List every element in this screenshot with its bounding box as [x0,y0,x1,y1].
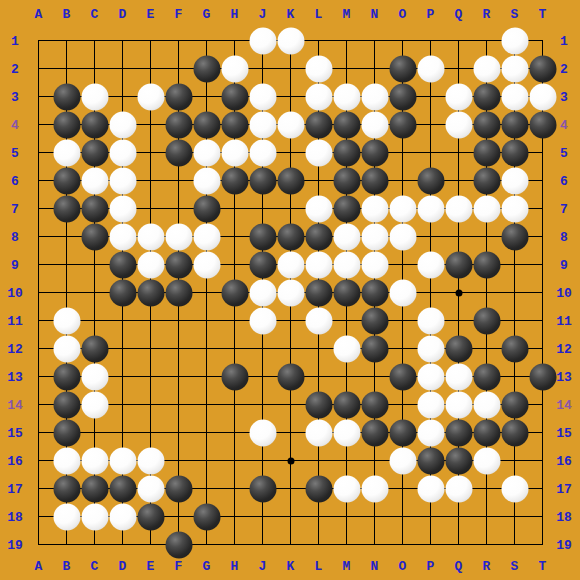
black-stone-q12 [445,335,472,362]
black-stone-m6 [333,167,360,194]
row-label-left-11: 11 [7,313,23,328]
black-stone-m14 [333,391,360,418]
white-stone-t3 [529,83,556,110]
white-stone-p13 [417,363,444,390]
white-stone-j1 [249,27,276,54]
white-stone-h5 [221,139,248,166]
col-label-bottom-Q: Q [455,559,463,574]
col-label-bottom-M: M [343,559,351,574]
black-stone-b6 [53,167,80,194]
black-stone-p6 [417,167,444,194]
black-stone-o2 [389,55,416,82]
col-label-top-E: E [147,7,155,22]
white-stone-e8 [137,223,164,250]
black-stone-b4 [53,111,80,138]
row-label-right-2: 2 [560,61,568,76]
row-label-left-9: 9 [11,257,19,272]
black-stone-l8 [305,223,332,250]
white-stone-d16 [109,447,136,474]
white-stone-o7 [389,195,416,222]
white-stone-n3 [361,83,388,110]
row-label-left-17: 17 [7,481,23,496]
col-label-bottom-E: E [147,559,155,574]
white-stone-e9 [137,251,164,278]
white-stone-l11 [305,307,332,334]
white-stone-m17 [333,475,360,502]
go-board[interactable]: AABBCCDDEEFFGGHHJJKKLLMMNNOOPPQQRRSSTT11… [0,0,580,580]
black-stone-b14 [53,391,80,418]
black-stone-r4 [473,111,500,138]
white-stone-n7 [361,195,388,222]
white-stone-g6 [193,167,220,194]
white-stone-o8 [389,223,416,250]
white-stone-b11 [53,307,80,334]
white-stone-m12 [333,335,360,362]
white-stone-k1 [277,27,304,54]
white-stone-p17 [417,475,444,502]
black-stone-l10 [305,279,332,306]
black-stone-m7 [333,195,360,222]
white-stone-k10 [277,279,304,306]
black-stone-g4 [193,111,220,138]
white-stone-s1 [501,27,528,54]
white-stone-c14 [81,391,108,418]
col-label-bottom-A: A [35,559,43,574]
black-stone-e10 [137,279,164,306]
white-stone-j10 [249,279,276,306]
black-stone-h4 [221,111,248,138]
black-stone-m5 [333,139,360,166]
black-stone-c5 [81,139,108,166]
row-label-left-6: 6 [11,173,19,188]
black-stone-f5 [165,139,192,166]
white-stone-g5 [193,139,220,166]
white-stone-n8 [361,223,388,250]
row-label-right-8: 8 [560,229,568,244]
white-stone-n4 [361,111,388,138]
row-label-right-15: 15 [556,425,572,440]
black-stone-n5 [361,139,388,166]
row-label-left-19: 19 [7,537,23,552]
white-stone-m8 [333,223,360,250]
black-stone-l4 [305,111,332,138]
black-stone-d9 [109,251,136,278]
black-stone-r3 [473,83,500,110]
black-stone-o13 [389,363,416,390]
white-stone-p11 [417,307,444,334]
white-stone-k9 [277,251,304,278]
white-stone-p14 [417,391,444,418]
white-stone-b16 [53,447,80,474]
row-label-left-14: 14 [7,397,23,412]
white-stone-o10 [389,279,416,306]
black-stone-c8 [81,223,108,250]
white-stone-m15 [333,419,360,446]
white-stone-d5 [109,139,136,166]
col-label-bottom-J: J [259,559,267,574]
black-stone-s12 [501,335,528,362]
black-stone-c7 [81,195,108,222]
white-stone-s17 [501,475,528,502]
black-stone-f3 [165,83,192,110]
white-stone-j4 [249,111,276,138]
black-stone-t2 [529,55,556,82]
white-stone-p9 [417,251,444,278]
white-stone-d7 [109,195,136,222]
black-stone-j17 [249,475,276,502]
black-stone-b15 [53,419,80,446]
white-stone-d18 [109,503,136,530]
col-label-top-M: M [343,7,351,22]
black-stone-q9 [445,251,472,278]
white-stone-p7 [417,195,444,222]
col-label-bottom-L: L [315,559,323,574]
row-label-left-16: 16 [7,453,23,468]
black-stone-c17 [81,475,108,502]
row-label-right-9: 9 [560,257,568,272]
white-stone-g9 [193,251,220,278]
col-label-top-J: J [259,7,267,22]
white-stone-f8 [165,223,192,250]
white-stone-q13 [445,363,472,390]
black-stone-t13 [529,363,556,390]
white-stone-q14 [445,391,472,418]
white-stone-s6 [501,167,528,194]
col-label-bottom-C: C [91,559,99,574]
black-stone-c4 [81,111,108,138]
white-stone-n9 [361,251,388,278]
col-label-top-O: O [399,7,407,22]
row-label-left-10: 10 [7,285,23,300]
white-stone-c18 [81,503,108,530]
white-stone-h2 [221,55,248,82]
white-stone-l7 [305,195,332,222]
row-label-right-17: 17 [556,481,572,496]
white-stone-l15 [305,419,332,446]
black-stone-o4 [389,111,416,138]
row-label-left-1: 1 [11,33,19,48]
black-stone-r5 [473,139,500,166]
black-stone-l14 [305,391,332,418]
col-label-top-S: S [511,7,519,22]
black-stone-d10 [109,279,136,306]
row-label-right-5: 5 [560,145,568,160]
star-point-q10 [455,289,462,296]
black-stone-g7 [193,195,220,222]
row-label-right-13: 13 [556,369,572,384]
black-stone-r11 [473,307,500,334]
white-stone-k4 [277,111,304,138]
col-label-bottom-G: G [203,559,211,574]
black-stone-f9 [165,251,192,278]
black-stone-s5 [501,139,528,166]
white-stone-b18 [53,503,80,530]
black-stone-g2 [193,55,220,82]
row-label-left-4: 4 [11,117,19,132]
col-label-bottom-O: O [399,559,407,574]
col-label-top-K: K [287,7,295,22]
row-label-right-19: 19 [556,537,572,552]
black-stone-j6 [249,167,276,194]
col-label-bottom-P: P [427,559,435,574]
black-stone-f19 [165,531,192,558]
black-stone-b3 [53,83,80,110]
white-stone-d6 [109,167,136,194]
black-stone-g18 [193,503,220,530]
black-stone-s15 [501,419,528,446]
black-stone-s14 [501,391,528,418]
black-stone-h6 [221,167,248,194]
black-stone-b17 [53,475,80,502]
black-stone-r6 [473,167,500,194]
black-stone-h10 [221,279,248,306]
col-label-bottom-F: F [175,559,183,574]
white-stone-r7 [473,195,500,222]
white-stone-j11 [249,307,276,334]
white-stone-p15 [417,419,444,446]
row-label-right-18: 18 [556,509,572,524]
black-stone-m10 [333,279,360,306]
row-label-left-12: 12 [7,341,23,356]
row-label-right-10: 10 [556,285,572,300]
black-stone-s8 [501,223,528,250]
white-stone-c6 [81,167,108,194]
row-label-right-7: 7 [560,201,568,216]
black-stone-r9 [473,251,500,278]
row-label-left-7: 7 [11,201,19,216]
black-stone-t4 [529,111,556,138]
row-label-left-13: 13 [7,369,23,384]
col-label-bottom-N: N [371,559,379,574]
col-label-bottom-R: R [483,559,491,574]
white-stone-c3 [81,83,108,110]
col-label-top-C: C [91,7,99,22]
col-label-top-P: P [427,7,435,22]
col-label-bottom-H: H [231,559,239,574]
black-stone-q15 [445,419,472,446]
white-stone-n17 [361,475,388,502]
white-stone-s3 [501,83,528,110]
black-stone-n11 [361,307,388,334]
black-stone-h13 [221,363,248,390]
row-label-left-8: 8 [11,229,19,244]
white-stone-e16 [137,447,164,474]
white-stone-d4 [109,111,136,138]
black-stone-k8 [277,223,304,250]
black-stone-o3 [389,83,416,110]
row-label-right-3: 3 [560,89,568,104]
black-stone-n6 [361,167,388,194]
row-label-right-1: 1 [560,33,568,48]
black-stone-d17 [109,475,136,502]
black-stone-j9 [249,251,276,278]
black-stone-c12 [81,335,108,362]
black-stone-l17 [305,475,332,502]
row-label-right-16: 16 [556,453,572,468]
black-stone-o15 [389,419,416,446]
row-label-right-6: 6 [560,173,568,188]
row-label-left-18: 18 [7,509,23,524]
white-stone-c13 [81,363,108,390]
col-label-top-D: D [119,7,127,22]
white-stone-m9 [333,251,360,278]
white-stone-m3 [333,83,360,110]
white-stone-q4 [445,111,472,138]
black-stone-m4 [333,111,360,138]
row-label-right-12: 12 [556,341,572,356]
black-stone-f17 [165,475,192,502]
black-stone-j8 [249,223,276,250]
col-label-top-T: T [539,7,547,22]
white-stone-j3 [249,83,276,110]
black-stone-n12 [361,335,388,362]
white-stone-l5 [305,139,332,166]
black-stone-f10 [165,279,192,306]
col-label-top-F: F [175,7,183,22]
white-stone-c16 [81,447,108,474]
white-stone-s7 [501,195,528,222]
white-stone-b5 [53,139,80,166]
black-stone-k6 [277,167,304,194]
row-label-left-2: 2 [11,61,19,76]
col-label-bottom-T: T [539,559,547,574]
white-stone-p2 [417,55,444,82]
row-label-left-3: 3 [11,89,19,104]
star-point-k16 [287,457,294,464]
black-stone-r15 [473,419,500,446]
black-stone-q16 [445,447,472,474]
white-stone-q3 [445,83,472,110]
go-board-screenshot: AABBCCDDEEFFGGHHJJKKLLMMNNOOPPQQRRSSTT11… [0,0,580,580]
row-label-right-11: 11 [556,313,572,328]
col-label-bottom-K: K [287,559,295,574]
white-stone-b12 [53,335,80,362]
col-label-top-A: A [35,7,43,22]
black-stone-n14 [361,391,388,418]
col-label-bottom-B: B [63,559,71,574]
white-stone-q7 [445,195,472,222]
col-label-top-R: R [483,7,491,22]
white-stone-s2 [501,55,528,82]
col-label-top-H: H [231,7,239,22]
black-stone-b7 [53,195,80,222]
col-label-top-B: B [63,7,71,22]
white-stone-q17 [445,475,472,502]
white-stone-j5 [249,139,276,166]
row-label-left-15: 15 [7,425,23,440]
col-label-top-N: N [371,7,379,22]
white-stone-l3 [305,83,332,110]
row-label-left-5: 5 [11,145,19,160]
black-stone-k13 [277,363,304,390]
white-stone-j15 [249,419,276,446]
row-label-right-14: 14 [556,397,572,412]
col-label-top-G: G [203,7,211,22]
black-stone-b13 [53,363,80,390]
black-stone-e18 [137,503,164,530]
row-label-right-4: 4 [560,117,568,132]
black-stone-n10 [361,279,388,306]
white-stone-g8 [193,223,220,250]
black-stone-p16 [417,447,444,474]
black-stone-r13 [473,363,500,390]
black-stone-s4 [501,111,528,138]
black-stone-n15 [361,419,388,446]
white-stone-r16 [473,447,500,474]
white-stone-r2 [473,55,500,82]
white-stone-r14 [473,391,500,418]
white-stone-d8 [109,223,136,250]
col-label-top-L: L [315,7,323,22]
white-stone-l2 [305,55,332,82]
white-stone-l9 [305,251,332,278]
col-label-bottom-S: S [511,559,519,574]
black-stone-f4 [165,111,192,138]
white-stone-p12 [417,335,444,362]
white-stone-o16 [389,447,416,474]
col-label-bottom-D: D [119,559,127,574]
black-stone-h3 [221,83,248,110]
col-label-top-Q: Q [455,7,463,22]
white-stone-e3 [137,83,164,110]
white-stone-e17 [137,475,164,502]
